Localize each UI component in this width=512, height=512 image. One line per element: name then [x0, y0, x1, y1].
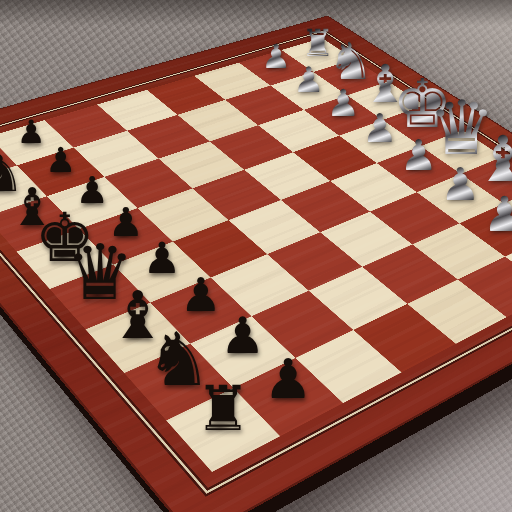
table-surface: ♜♞♝♛♚♝♞♜♟♟♟♟♟♟♟♟♟♟♟♟♟♟♟♟♜♞♝♛♚♝♞♜: [0, 0, 512, 512]
piece-black-pawn-a7[interactable]: ♟: [263, 352, 312, 407]
piece-black-pawn-c7[interactable]: ♟: [180, 272, 222, 319]
piece-white-pawn-d2[interactable]: ♟: [400, 135, 438, 177]
piece-black-rook-a8[interactable]: ♜: [195, 379, 251, 441]
piece-black-pawn-b7[interactable]: ♟: [220, 310, 265, 361]
piece-white-pawn-f2[interactable]: ♟: [326, 85, 360, 122]
piece-white-pawn-g2[interactable]: ♟: [293, 62, 325, 97]
piece-white-pawn-b2[interactable]: ♟: [483, 190, 512, 238]
piece-black-pawn-d7[interactable]: ♟: [143, 237, 182, 280]
piece-white-pawn-e2[interactable]: ♟: [362, 109, 398, 149]
piece-white-pawn-h2[interactable]: ♟: [261, 41, 291, 74]
piece-white-pawn-c2[interactable]: ♟: [440, 162, 481, 207]
piece-black-pawn-h7[interactable]: ♟: [17, 116, 46, 148]
piece-black-pawn-g7[interactable]: ♟: [45, 144, 76, 179]
